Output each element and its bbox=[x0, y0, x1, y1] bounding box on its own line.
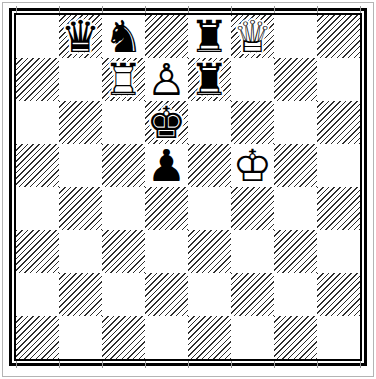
square-c8[interactable]: ♞ bbox=[102, 15, 145, 58]
board-frame: ♛♞♜♛♕♜♖♟♙♜♚♟♚♔ bbox=[9, 8, 367, 366]
square-d8[interactable] bbox=[145, 15, 188, 58]
piece-bQ-b8[interactable]: ♛ bbox=[59, 15, 102, 58]
square-e5[interactable] bbox=[188, 144, 231, 187]
square-g5[interactable] bbox=[274, 144, 317, 187]
square-f4[interactable] bbox=[231, 187, 274, 230]
frame-tick bbox=[59, 6, 60, 13]
square-g3[interactable] bbox=[274, 230, 317, 273]
piece-bN-c8[interactable]: ♞ bbox=[102, 15, 145, 58]
square-c7[interactable]: ♜♖ bbox=[102, 58, 145, 101]
square-h4[interactable] bbox=[317, 187, 360, 230]
square-c4[interactable] bbox=[102, 187, 145, 230]
frame-tick bbox=[16, 6, 17, 13]
square-f7[interactable] bbox=[231, 58, 274, 101]
square-h3[interactable] bbox=[317, 230, 360, 273]
square-b2[interactable] bbox=[59, 273, 102, 316]
piece-bR-e8[interactable]: ♜ bbox=[188, 15, 231, 58]
square-d2[interactable] bbox=[145, 273, 188, 316]
square-f5[interactable]: ♚♔ bbox=[231, 144, 274, 187]
square-h6[interactable] bbox=[317, 101, 360, 144]
frame-tick bbox=[274, 6, 275, 13]
square-f1[interactable] bbox=[231, 316, 274, 359]
piece-wK-f5[interactable]: ♔ bbox=[231, 144, 274, 187]
square-g6[interactable] bbox=[274, 101, 317, 144]
square-b8[interactable]: ♛ bbox=[59, 15, 102, 58]
square-a3[interactable] bbox=[16, 230, 59, 273]
frame-tick bbox=[59, 361, 60, 368]
frame-tick bbox=[16, 361, 17, 368]
frame-tick bbox=[317, 6, 318, 13]
chess-diagram: ♛♞♜♛♕♜♖♟♙♜♚♟♚♔ bbox=[0, 0, 376, 379]
square-b5[interactable] bbox=[59, 144, 102, 187]
square-b3[interactable] bbox=[59, 230, 102, 273]
board-inner-frame: ♛♞♜♛♕♜♖♟♙♜♚♟♚♔ bbox=[14, 13, 362, 361]
frame-tick bbox=[188, 361, 189, 368]
square-e7[interactable]: ♜ bbox=[188, 58, 231, 101]
piece-fill-wR-c7: ♜ bbox=[102, 58, 145, 101]
square-h2[interactable] bbox=[317, 273, 360, 316]
square-f6[interactable] bbox=[231, 101, 274, 144]
square-d4[interactable] bbox=[145, 187, 188, 230]
square-g4[interactable] bbox=[274, 187, 317, 230]
square-h5[interactable] bbox=[317, 144, 360, 187]
square-f2[interactable] bbox=[231, 273, 274, 316]
frame-tick bbox=[145, 6, 146, 13]
square-f8[interactable]: ♛♕ bbox=[231, 15, 274, 58]
square-e1[interactable] bbox=[188, 316, 231, 359]
square-f3[interactable] bbox=[231, 230, 274, 273]
square-g1[interactable] bbox=[274, 316, 317, 359]
frame-tick bbox=[360, 361, 361, 368]
frame-tick bbox=[102, 361, 103, 368]
square-a4[interactable] bbox=[16, 187, 59, 230]
square-e4[interactable] bbox=[188, 187, 231, 230]
square-b1[interactable] bbox=[59, 316, 102, 359]
square-h8[interactable] bbox=[317, 15, 360, 58]
square-d3[interactable] bbox=[145, 230, 188, 273]
piece-wQ-f8[interactable]: ♕ bbox=[231, 15, 274, 58]
piece-wP-d7[interactable]: ♙ bbox=[145, 58, 188, 101]
frame-tick bbox=[317, 361, 318, 368]
frame-tick bbox=[231, 361, 232, 368]
square-g7[interactable] bbox=[274, 58, 317, 101]
square-c1[interactable] bbox=[102, 316, 145, 359]
square-h7[interactable] bbox=[317, 58, 360, 101]
square-b7[interactable] bbox=[59, 58, 102, 101]
square-a5[interactable] bbox=[16, 144, 59, 187]
piece-bR-e7[interactable]: ♜ bbox=[188, 58, 231, 101]
piece-fill-wP-d7: ♟ bbox=[145, 58, 188, 101]
frame-tick bbox=[231, 6, 232, 13]
square-c5[interactable] bbox=[102, 144, 145, 187]
square-a7[interactable] bbox=[16, 58, 59, 101]
square-a2[interactable] bbox=[16, 273, 59, 316]
square-e8[interactable]: ♜ bbox=[188, 15, 231, 58]
square-c3[interactable] bbox=[102, 230, 145, 273]
piece-fill-wK-f5: ♚ bbox=[231, 144, 274, 187]
square-h1[interactable] bbox=[317, 316, 360, 359]
square-g8[interactable] bbox=[274, 15, 317, 58]
piece-wR-c7[interactable]: ♖ bbox=[102, 58, 145, 101]
square-d6[interactable]: ♚ bbox=[145, 101, 188, 144]
square-e6[interactable] bbox=[188, 101, 231, 144]
piece-fill-wQ-f8: ♛ bbox=[231, 15, 274, 58]
square-b6[interactable] bbox=[59, 101, 102, 144]
frame-tick bbox=[102, 6, 103, 13]
frame-tick bbox=[274, 361, 275, 368]
square-d1[interactable] bbox=[145, 316, 188, 359]
square-e2[interactable] bbox=[188, 273, 231, 316]
square-a1[interactable] bbox=[16, 316, 59, 359]
piece-bK-d6[interactable]: ♚ bbox=[145, 101, 188, 144]
square-g2[interactable] bbox=[274, 273, 317, 316]
frame-tick bbox=[188, 6, 189, 13]
square-e3[interactable] bbox=[188, 230, 231, 273]
square-c2[interactable] bbox=[102, 273, 145, 316]
square-b4[interactable] bbox=[59, 187, 102, 230]
chess-board: ♛♞♜♛♕♜♖♟♙♜♚♟♚♔ bbox=[16, 15, 360, 359]
square-a6[interactable] bbox=[16, 101, 59, 144]
square-c6[interactable] bbox=[102, 101, 145, 144]
frame-tick bbox=[360, 6, 361, 13]
piece-bP-d5[interactable]: ♟ bbox=[145, 144, 188, 187]
frame-tick bbox=[145, 361, 146, 368]
square-d5[interactable]: ♟ bbox=[145, 144, 188, 187]
square-a8[interactable] bbox=[16, 15, 59, 58]
square-d7[interactable]: ♟♙ bbox=[145, 58, 188, 101]
